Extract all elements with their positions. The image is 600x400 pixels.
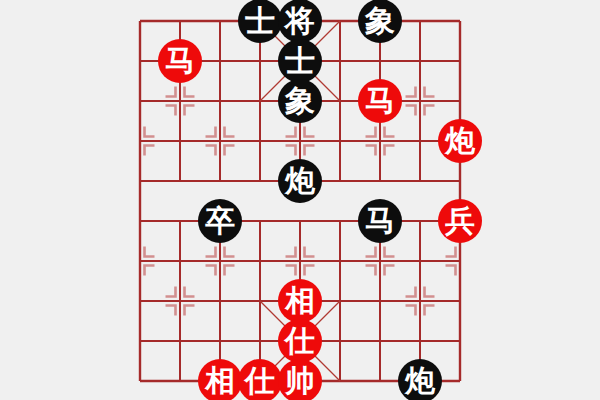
piece-black-elephant[interactable]: 象 — [358, 0, 402, 43]
piece-red-advisor[interactable]: 仕 — [238, 359, 282, 400]
piece-red-cannon[interactable]: 炮 — [438, 119, 482, 163]
piece-red-horse[interactable]: 马 — [158, 39, 202, 83]
piece-black-cannon[interactable]: 炮 — [278, 159, 322, 203]
pieces-layer: 士将象马士象马炮炮卒马兵相仕相仕帅炮 — [0, 0, 600, 400]
piece-black-general[interactable]: 将 — [278, 0, 322, 43]
piece-red-general[interactable]: 帅 — [278, 359, 322, 400]
piece-red-elephant[interactable]: 相 — [198, 359, 242, 400]
piece-red-soldier[interactable]: 兵 — [438, 199, 482, 243]
piece-black-advisor[interactable]: 士 — [278, 39, 322, 83]
piece-red-elephant[interactable]: 相 — [278, 279, 322, 323]
piece-red-advisor[interactable]: 仕 — [278, 319, 322, 363]
piece-black-advisor[interactable]: 士 — [238, 0, 282, 43]
piece-black-cannon[interactable]: 炮 — [398, 359, 442, 400]
piece-black-horse[interactable]: 马 — [358, 199, 402, 243]
piece-black-elephant[interactable]: 象 — [278, 79, 322, 123]
piece-black-soldier[interactable]: 卒 — [198, 199, 242, 243]
xiangqi-board: 士将象马士象马炮炮卒马兵相仕相仕帅炮 — [0, 0, 600, 400]
piece-red-horse[interactable]: 马 — [358, 79, 402, 123]
